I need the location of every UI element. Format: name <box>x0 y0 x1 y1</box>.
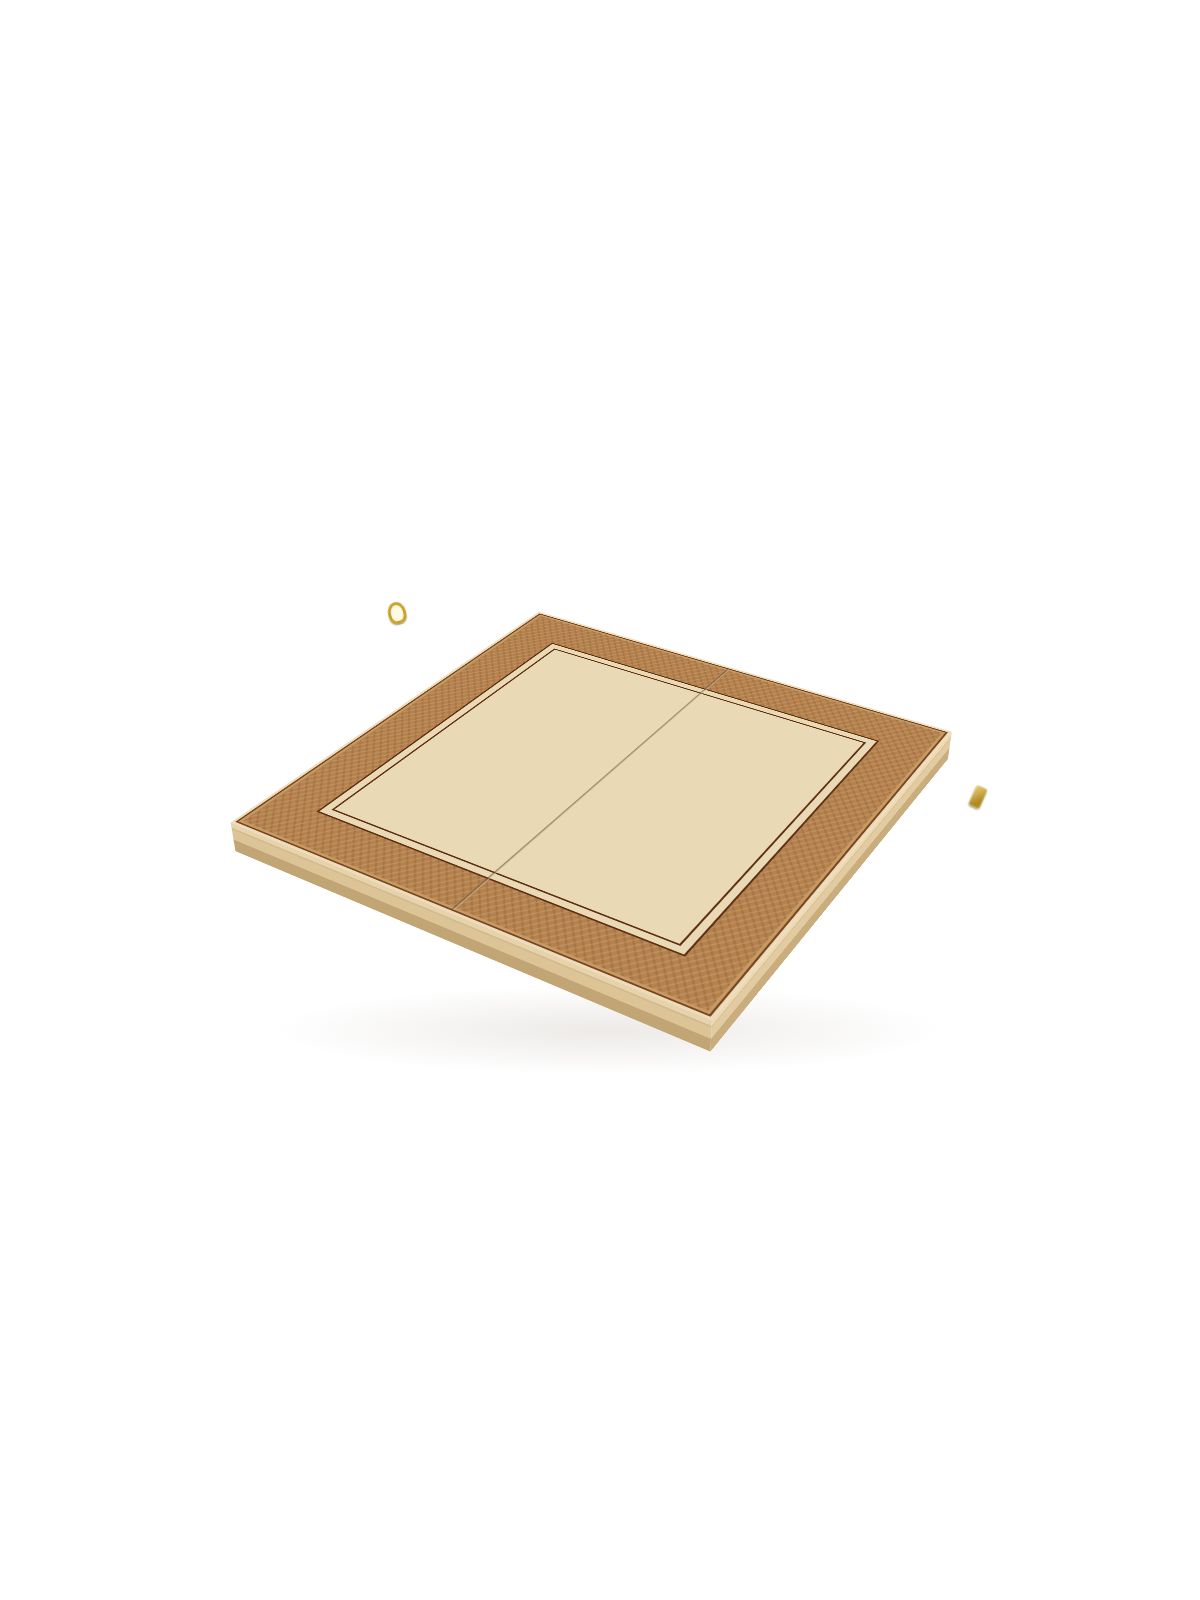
brass-hook-icon <box>386 600 409 626</box>
product-photo-scene <box>0 0 1200 1600</box>
chess-board <box>231 612 952 1020</box>
board-carved-border <box>231 612 952 1020</box>
brass-clasp-icon <box>968 785 988 810</box>
